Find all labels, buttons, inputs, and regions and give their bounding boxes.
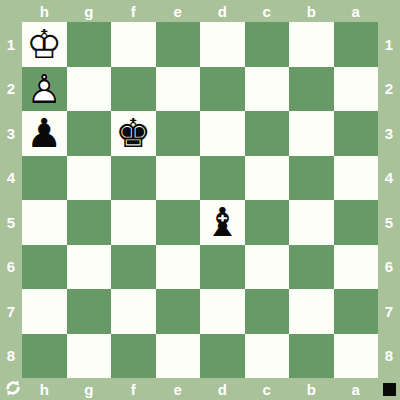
file-label-h-top: h (22, 0, 67, 22)
file-label-c-top: c (245, 0, 290, 22)
rank-label-1-left: 1 (0, 22, 22, 67)
rank-label-8-right: 8 (378, 334, 400, 379)
chess-board: ♚♔♟♙♟♚♝ (22, 22, 378, 378)
white-pawn-outline: ♙ (22, 67, 67, 112)
rank-label-6-left: 6 (0, 245, 22, 290)
square-c5[interactable] (245, 200, 290, 245)
file-label-f-top: f (111, 0, 156, 22)
rank-label-5-left: 5 (0, 200, 22, 245)
rank-label-1-right: 1 (378, 22, 400, 67)
square-g6[interactable] (67, 245, 112, 290)
square-g5[interactable] (67, 200, 112, 245)
rank-label-4-left: 4 (0, 156, 22, 201)
white-king-outline: ♔ (22, 22, 67, 67)
square-e6[interactable] (156, 245, 201, 290)
square-f6[interactable] (111, 245, 156, 290)
rank-label-6-right: 6 (378, 245, 400, 290)
square-c7[interactable] (245, 289, 290, 334)
square-h2[interactable]: ♟♙ (22, 67, 67, 112)
file-label-d-top: d (200, 0, 245, 22)
square-g8[interactable] (67, 334, 112, 379)
square-f2[interactable] (111, 67, 156, 112)
square-b1[interactable] (289, 22, 334, 67)
square-a1[interactable] (334, 22, 379, 67)
file-labels-bottom: hgfedcba (22, 378, 378, 400)
square-c3[interactable] (245, 111, 290, 156)
rank-label-8-left: 8 (0, 334, 22, 379)
rank-label-4-right: 4 (378, 156, 400, 201)
square-d1[interactable] (200, 22, 245, 67)
black-king-glyph: ♚ (111, 111, 156, 156)
square-d3[interactable] (200, 111, 245, 156)
file-label-e-top: e (156, 0, 201, 22)
square-a6[interactable] (334, 245, 379, 290)
square-g1[interactable] (67, 22, 112, 67)
black-to-move-indicator (383, 383, 396, 396)
black-bishop[interactable]: ♝ (200, 200, 245, 245)
rank-label-2-left: 2 (0, 67, 22, 112)
square-h5[interactable] (22, 200, 67, 245)
square-c1[interactable] (245, 22, 290, 67)
square-e3[interactable] (156, 111, 201, 156)
square-f4[interactable] (111, 156, 156, 201)
square-g7[interactable] (67, 289, 112, 334)
flip-board-icon[interactable] (4, 379, 22, 397)
file-label-b-top: b (289, 0, 334, 22)
square-g3[interactable] (67, 111, 112, 156)
chess-diagram: hgfedcba hgfedcba 12345678 12345678 ♚♔♟♙… (0, 0, 400, 400)
square-a4[interactable] (334, 156, 379, 201)
file-label-a-bottom: a (334, 378, 379, 400)
file-label-f-bottom: f (111, 378, 156, 400)
square-d6[interactable] (200, 245, 245, 290)
file-label-g-bottom: g (67, 378, 112, 400)
file-labels-top: hgfedcba (22, 0, 378, 22)
square-f8[interactable] (111, 334, 156, 379)
square-a3[interactable] (334, 111, 379, 156)
rank-label-7-right: 7 (378, 289, 400, 334)
square-e2[interactable] (156, 67, 201, 112)
square-b8[interactable] (289, 334, 334, 379)
square-c8[interactable] (245, 334, 290, 379)
square-b5[interactable] (289, 200, 334, 245)
square-b3[interactable] (289, 111, 334, 156)
square-f1[interactable] (111, 22, 156, 67)
square-f7[interactable] (111, 289, 156, 334)
square-a2[interactable] (334, 67, 379, 112)
square-c2[interactable] (245, 67, 290, 112)
square-h1[interactable]: ♚♔ (22, 22, 67, 67)
square-f3[interactable]: ♚ (111, 111, 156, 156)
square-e7[interactable] (156, 289, 201, 334)
rank-label-5-right: 5 (378, 200, 400, 245)
file-label-d-bottom: d (200, 378, 245, 400)
square-b6[interactable] (289, 245, 334, 290)
square-f5[interactable] (111, 200, 156, 245)
square-g2[interactable] (67, 67, 112, 112)
square-d8[interactable] (200, 334, 245, 379)
file-label-a-top: a (334, 0, 379, 22)
square-e4[interactable] (156, 156, 201, 201)
square-e1[interactable] (156, 22, 201, 67)
square-d5[interactable]: ♝ (200, 200, 245, 245)
square-b4[interactable] (289, 156, 334, 201)
file-label-g-top: g (67, 0, 112, 22)
square-h3[interactable]: ♟ (22, 111, 67, 156)
rank-label-2-right: 2 (378, 67, 400, 112)
file-label-e-bottom: e (156, 378, 201, 400)
square-c4[interactable] (245, 156, 290, 201)
rank-label-7-left: 7 (0, 289, 22, 334)
rank-label-3-left: 3 (0, 111, 22, 156)
square-h7[interactable] (22, 289, 67, 334)
square-a8[interactable] (334, 334, 379, 379)
file-label-h-bottom: h (22, 378, 67, 400)
black-pawn-glyph: ♟ (22, 111, 67, 156)
square-d7[interactable] (200, 289, 245, 334)
black-king[interactable]: ♚ (111, 111, 156, 156)
black-pawn[interactable]: ♟ (22, 111, 67, 156)
white-king[interactable]: ♚♔ (22, 22, 67, 67)
square-h6[interactable] (22, 245, 67, 290)
rank-labels-left: 12345678 (0, 22, 22, 378)
square-d2[interactable] (200, 67, 245, 112)
rank-label-3-right: 3 (378, 111, 400, 156)
file-label-b-bottom: b (289, 378, 334, 400)
square-b7[interactable] (289, 289, 334, 334)
square-g4[interactable] (67, 156, 112, 201)
black-bishop-glyph: ♝ (200, 200, 245, 245)
square-a7[interactable] (334, 289, 379, 334)
circular-arrows-icon (4, 379, 22, 397)
square-a5[interactable] (334, 200, 379, 245)
square-h4[interactable] (22, 156, 67, 201)
square-d4[interactable] (200, 156, 245, 201)
square-e5[interactable] (156, 200, 201, 245)
square-e8[interactable] (156, 334, 201, 379)
square-b2[interactable] (289, 67, 334, 112)
rank-labels-right: 12345678 (378, 22, 400, 378)
square-h8[interactable] (22, 334, 67, 379)
file-label-c-bottom: c (245, 378, 290, 400)
square-c6[interactable] (245, 245, 290, 290)
white-pawn[interactable]: ♟♙ (22, 67, 67, 112)
